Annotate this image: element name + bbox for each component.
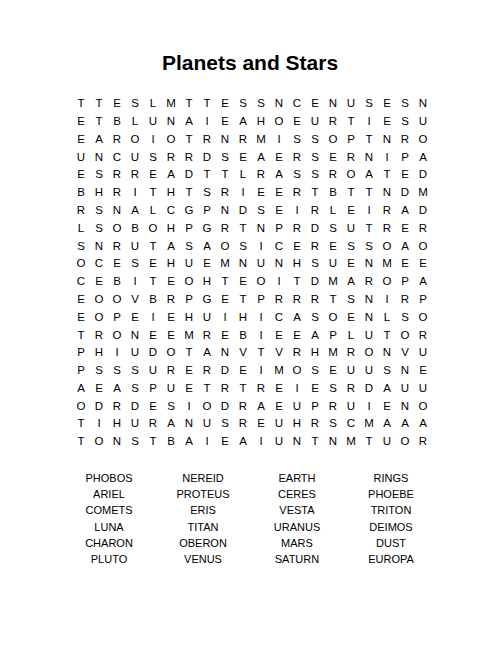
word-list-item: CHARON bbox=[62, 535, 156, 551]
grid-cell-r8c2: S bbox=[90, 220, 108, 238]
grid-cell-r4c4: U bbox=[126, 148, 144, 166]
grid-cell-r13c7: H bbox=[180, 309, 198, 327]
grid-cell-r1c7: T bbox=[180, 95, 198, 113]
word-list-item: TITAN bbox=[156, 519, 250, 535]
grid-cell-r3c1: E bbox=[72, 131, 90, 149]
grid-cell-r5c1: E bbox=[72, 166, 90, 184]
grid-cell-r13c14: S bbox=[306, 309, 324, 327]
grid-cell-r3c18: N bbox=[378, 131, 396, 149]
grid-cell-r4c17: N bbox=[360, 148, 378, 166]
grid-cell-r5c9: T bbox=[216, 166, 234, 184]
grid-cell-r18c2: D bbox=[90, 398, 108, 416]
grid-cell-r5c12: A bbox=[270, 166, 288, 184]
grid-cell-r9c15: E bbox=[324, 237, 342, 255]
grid-cell-r2c18: E bbox=[378, 113, 396, 131]
grid-cell-r19c9: S bbox=[216, 415, 234, 433]
grid-cell-r4c2: N bbox=[90, 148, 108, 166]
grid-cell-r8c10: T bbox=[234, 220, 252, 238]
word-list-column-2: NEREIDPROTEUSERISTITANOBERONVENUS bbox=[156, 470, 250, 567]
grid-cell-r7c4: A bbox=[126, 202, 144, 220]
grid-cell-r16c8: R bbox=[198, 362, 216, 380]
grid-cell-r10c19: E bbox=[396, 255, 414, 273]
grid-cell-r3c14: S bbox=[306, 131, 324, 149]
grid-cell-r5c18: T bbox=[378, 166, 396, 184]
grid-cell-r12c14: R bbox=[306, 291, 324, 309]
grid-cell-r10c11: U bbox=[252, 255, 270, 273]
grid-cell-r6c1: B bbox=[72, 184, 90, 202]
grid-cell-r7c19: A bbox=[396, 202, 414, 220]
grid-cell-r20c7: A bbox=[180, 433, 198, 451]
grid-cell-r6c8: S bbox=[198, 184, 216, 202]
grid-cell-r20c8: I bbox=[198, 433, 216, 451]
grid-cell-r13c20: O bbox=[414, 309, 432, 327]
grid-cell-r14c14: A bbox=[306, 326, 324, 344]
grid-cell-r8c12: P bbox=[270, 220, 288, 238]
grid-cell-r10c17: N bbox=[360, 255, 378, 273]
grid-cell-r1c10: S bbox=[234, 95, 252, 113]
grid-cell-r14c10: B bbox=[234, 326, 252, 344]
grid-cell-r5c16: O bbox=[342, 166, 360, 184]
word-list-item: RINGS bbox=[344, 470, 438, 486]
grid-cell-r16c6: R bbox=[162, 362, 180, 380]
grid-cell-r9c5: T bbox=[144, 237, 162, 255]
grid-cell-r4c20: A bbox=[414, 148, 432, 166]
grid-cell-r13c17: N bbox=[360, 309, 378, 327]
grid-cell-r8c8: G bbox=[198, 220, 216, 238]
grid-cell-r11c20: A bbox=[414, 273, 432, 291]
grid-cell-r13c8: U bbox=[198, 309, 216, 327]
grid-cell-r16c9: D bbox=[216, 362, 234, 380]
grid-cell-r19c13: H bbox=[288, 415, 306, 433]
grid-cell-r15c14: H bbox=[306, 344, 324, 362]
grid-cell-r20c10: A bbox=[234, 433, 252, 451]
grid-cell-r2c17: I bbox=[360, 113, 378, 131]
puzzle-title: Planets and Stars bbox=[0, 51, 500, 74]
grid-cell-r13c12: C bbox=[270, 309, 288, 327]
grid-cell-r6c11: E bbox=[252, 184, 270, 202]
grid-cell-r18c12: E bbox=[270, 398, 288, 416]
grid-cell-r1c13: C bbox=[288, 95, 306, 113]
grid-cell-r19c2: I bbox=[90, 415, 108, 433]
grid-cell-r15c11: T bbox=[252, 344, 270, 362]
grid-cell-r10c12: N bbox=[270, 255, 288, 273]
grid-cell-r3c9: N bbox=[216, 131, 234, 149]
grid-cell-r14c2: R bbox=[90, 326, 108, 344]
grid-cell-r4c13: R bbox=[288, 148, 306, 166]
grid-cell-r14c6: E bbox=[162, 326, 180, 344]
grid-cell-r11c6: E bbox=[162, 273, 180, 291]
grid-cell-r10c15: U bbox=[324, 255, 342, 273]
grid-cell-r5c19: E bbox=[396, 166, 414, 184]
grid-cell-r3c19: R bbox=[396, 131, 414, 149]
grid-cell-r9c12: C bbox=[270, 237, 288, 255]
grid-cell-r14c8: R bbox=[198, 326, 216, 344]
grid-cell-r18c13: U bbox=[288, 398, 306, 416]
grid-cell-r16c18: S bbox=[378, 362, 396, 380]
grid-cell-r14c18: T bbox=[378, 326, 396, 344]
grid-cell-r13c2: O bbox=[90, 309, 108, 327]
grid-cell-r6c3: R bbox=[108, 184, 126, 202]
grid-cell-r7c5: L bbox=[144, 202, 162, 220]
grid-cell-r14c4: N bbox=[126, 326, 144, 344]
grid-cell-r7c1: R bbox=[72, 202, 90, 220]
grid-cell-r11c14: D bbox=[306, 273, 324, 291]
grid-cell-r15c6: O bbox=[162, 344, 180, 362]
grid-cell-r16c4: S bbox=[126, 362, 144, 380]
grid-cell-r14c11: I bbox=[252, 326, 270, 344]
word-list-item: PROTEUS bbox=[156, 486, 250, 502]
grid-cell-r18c19: N bbox=[396, 398, 414, 416]
grid-cell-r15c7: T bbox=[180, 344, 198, 362]
worksheet-page: Planets and Stars TTESLMTTESSNCENUSESNET… bbox=[0, 0, 500, 647]
grid-cell-r15c4: U bbox=[126, 344, 144, 362]
grid-cell-r16c11: I bbox=[252, 362, 270, 380]
grid-cell-r19c4: U bbox=[126, 415, 144, 433]
word-list-column-4: RINGSPHOEBETRITONDEIMOSDUSTEUROPA bbox=[344, 470, 438, 567]
grid-cell-r2c12: O bbox=[270, 113, 288, 131]
word-list-item: DEIMOS bbox=[344, 519, 438, 535]
grid-cell-r19c18: A bbox=[378, 415, 396, 433]
grid-cell-r4c15: E bbox=[324, 148, 342, 166]
grid-cell-r1c1: T bbox=[72, 95, 90, 113]
grid-cell-r2c19: S bbox=[396, 113, 414, 131]
grid-cell-r2c3: B bbox=[108, 113, 126, 131]
grid-cell-r11c4: I bbox=[126, 273, 144, 291]
word-list-item: VESTA bbox=[250, 502, 344, 518]
grid-cell-r18c20: O bbox=[414, 398, 432, 416]
grid-cell-r7c20: D bbox=[414, 202, 432, 220]
grid-cell-r17c16: R bbox=[342, 380, 360, 398]
grid-cell-r8c17: T bbox=[360, 220, 378, 238]
grid-cell-r17c3: A bbox=[108, 380, 126, 398]
grid-cell-r16c17: U bbox=[360, 362, 378, 380]
grid-cell-r18c14: P bbox=[306, 398, 324, 416]
grid-cell-r7c10: D bbox=[234, 202, 252, 220]
word-list: PHOBOSARIELCOMETSLUNACHARONPLUTONEREIDPR… bbox=[62, 470, 438, 567]
grid-cell-r7c9: N bbox=[216, 202, 234, 220]
grid-cell-r20c9: E bbox=[216, 433, 234, 451]
grid-cell-r17c7: E bbox=[180, 380, 198, 398]
grid-cell-r4c11: A bbox=[252, 148, 270, 166]
grid-cell-r1c6: M bbox=[162, 95, 180, 113]
grid-cell-r2c7: A bbox=[180, 113, 198, 131]
grid-cell-r20c5: T bbox=[144, 433, 162, 451]
grid-cell-r20c17: T bbox=[360, 433, 378, 451]
grid-cell-r2c10: A bbox=[234, 113, 252, 131]
grid-cell-r9c6: A bbox=[162, 237, 180, 255]
grid-cell-r3c10: R bbox=[234, 131, 252, 149]
word-list-item: PHOBOS bbox=[62, 470, 156, 486]
grid-cell-r4c5: S bbox=[144, 148, 162, 166]
grid-cell-r4c7: R bbox=[180, 148, 198, 166]
grid-cell-r12c3: O bbox=[108, 291, 126, 309]
grid-cell-r2c14: U bbox=[306, 113, 324, 131]
grid-cell-r19c10: R bbox=[234, 415, 252, 433]
grid-cell-r10c5: E bbox=[144, 255, 162, 273]
grid-cell-r14c3: O bbox=[108, 326, 126, 344]
grid-cell-r7c16: E bbox=[342, 202, 360, 220]
grid-cell-r14c12: E bbox=[270, 326, 288, 344]
grid-cell-r12c6: R bbox=[162, 291, 180, 309]
grid-cell-r6c2: H bbox=[90, 184, 108, 202]
grid-cell-r8c20: R bbox=[414, 220, 432, 238]
grid-cell-r3c12: I bbox=[270, 131, 288, 149]
grid-cell-r11c19: P bbox=[396, 273, 414, 291]
grid-cell-r1c19: S bbox=[396, 95, 414, 113]
grid-cell-r1c14: E bbox=[306, 95, 324, 113]
grid-cell-r19c14: R bbox=[306, 415, 324, 433]
grid-cell-r14c19: O bbox=[396, 326, 414, 344]
grid-cell-r17c11: R bbox=[252, 380, 270, 398]
word-list-item: OBERON bbox=[156, 535, 250, 551]
grid-cell-r6c9: R bbox=[216, 184, 234, 202]
grid-cell-r17c20: U bbox=[414, 380, 432, 398]
grid-cell-r18c7: I bbox=[180, 398, 198, 416]
grid-cell-r12c13: R bbox=[288, 291, 306, 309]
grid-cell-r13c16: E bbox=[342, 309, 360, 327]
grid-cell-r16c20: E bbox=[414, 362, 432, 380]
grid-cell-r9c1: S bbox=[72, 237, 90, 255]
grid-cell-r12c2: O bbox=[90, 291, 108, 309]
grid-cell-r6c15: B bbox=[324, 184, 342, 202]
grid-cell-r14c20: R bbox=[414, 326, 432, 344]
grid-cell-r17c15: S bbox=[324, 380, 342, 398]
grid-cell-r19c5: R bbox=[144, 415, 162, 433]
grid-cell-r5c4: R bbox=[126, 166, 144, 184]
grid-cell-r14c17: U bbox=[360, 326, 378, 344]
grid-cell-r5c14: S bbox=[306, 166, 324, 184]
grid-cell-r5c20: D bbox=[414, 166, 432, 184]
word-list-column-1: PHOBOSARIELCOMETSLUNACHARONPLUTO bbox=[62, 470, 156, 567]
grid-cell-r14c7: M bbox=[180, 326, 198, 344]
grid-cell-r6c18: N bbox=[378, 184, 396, 202]
grid-cell-r10c7: U bbox=[180, 255, 198, 273]
grid-cell-r15c15: M bbox=[324, 344, 342, 362]
grid-cell-r9c20: O bbox=[414, 237, 432, 255]
grid-cell-r16c5: U bbox=[144, 362, 162, 380]
grid-cell-r10c9: M bbox=[216, 255, 234, 273]
grid-cell-r12c18: I bbox=[378, 291, 396, 309]
grid-cell-r19c17: M bbox=[360, 415, 378, 433]
grid-cell-r20c16: M bbox=[342, 433, 360, 451]
grid-cell-r19c7: N bbox=[180, 415, 198, 433]
grid-cell-r13c19: S bbox=[396, 309, 414, 327]
grid-cell-r10c3: E bbox=[108, 255, 126, 273]
grid-cell-r17c8: T bbox=[198, 380, 216, 398]
word-list-item: EARTH bbox=[250, 470, 344, 486]
grid-cell-r10c18: M bbox=[378, 255, 396, 273]
grid-cell-r10c13: H bbox=[288, 255, 306, 273]
grid-cell-r9c19: A bbox=[396, 237, 414, 255]
grid-cell-r6c16: T bbox=[342, 184, 360, 202]
grid-cell-r7c6: C bbox=[162, 202, 180, 220]
grid-cell-r12c5: B bbox=[144, 291, 162, 309]
word-search-grid: TTESLMTTESSNCENUSESNETBLUNAIEAHOEURTIESU… bbox=[72, 95, 432, 451]
grid-cell-r18c5: E bbox=[144, 398, 162, 416]
word-list-item: DUST bbox=[344, 535, 438, 551]
grid-cell-r10c8: E bbox=[198, 255, 216, 273]
grid-cell-r3c3: R bbox=[108, 131, 126, 149]
word-list-item: ERIS bbox=[156, 502, 250, 518]
grid-cell-r3c16: P bbox=[342, 131, 360, 149]
grid-cell-r4c3: C bbox=[108, 148, 126, 166]
grid-cell-r2c15: R bbox=[324, 113, 342, 131]
grid-cell-r20c20: R bbox=[414, 433, 432, 451]
grid-cell-r15c8: A bbox=[198, 344, 216, 362]
grid-cell-r6c6: H bbox=[162, 184, 180, 202]
grid-cell-r12c7: P bbox=[180, 291, 198, 309]
grid-cell-r4c12: E bbox=[270, 148, 288, 166]
grid-cell-r11c16: A bbox=[342, 273, 360, 291]
grid-cell-r11c15: M bbox=[324, 273, 342, 291]
grid-cell-r3c7: T bbox=[180, 131, 198, 149]
grid-cell-r1c20: N bbox=[414, 95, 432, 113]
grid-cell-r12c9: E bbox=[216, 291, 234, 309]
grid-cell-r17c12: E bbox=[270, 380, 288, 398]
grid-cell-r15c16: R bbox=[342, 344, 360, 362]
grid-cell-r19c12: U bbox=[270, 415, 288, 433]
grid-cell-r18c17: I bbox=[360, 398, 378, 416]
grid-cell-r10c10: N bbox=[234, 255, 252, 273]
grid-cell-r1c9: E bbox=[216, 95, 234, 113]
word-list-item: URANUS bbox=[250, 519, 344, 535]
grid-cell-r11c3: B bbox=[108, 273, 126, 291]
grid-cell-r16c7: E bbox=[180, 362, 198, 380]
grid-cell-r13c1: E bbox=[72, 309, 90, 327]
grid-cell-r16c1: P bbox=[72, 362, 90, 380]
grid-cell-r12c15: T bbox=[324, 291, 342, 309]
grid-cell-r15c9: N bbox=[216, 344, 234, 362]
grid-cell-r11c8: H bbox=[198, 273, 216, 291]
word-list-item: LUNA bbox=[62, 519, 156, 535]
grid-cell-r13c3: P bbox=[108, 309, 126, 327]
grid-cell-r2c13: E bbox=[288, 113, 306, 131]
grid-cell-r1c5: L bbox=[144, 95, 162, 113]
grid-cell-r16c19: N bbox=[396, 362, 414, 380]
grid-cell-r5c7: D bbox=[180, 166, 198, 184]
grid-cell-r13c15: O bbox=[324, 309, 342, 327]
grid-cell-r15c18: N bbox=[378, 344, 396, 362]
grid-cell-r2c11: H bbox=[252, 113, 270, 131]
grid-cell-r8c14: D bbox=[306, 220, 324, 238]
grid-cell-r6c20: M bbox=[414, 184, 432, 202]
grid-cell-r20c6: B bbox=[162, 433, 180, 451]
grid-cell-r15c1: P bbox=[72, 344, 90, 362]
grid-cell-r17c5: P bbox=[144, 380, 162, 398]
grid-cell-r12c11: P bbox=[252, 291, 270, 309]
grid-cell-r1c15: N bbox=[324, 95, 342, 113]
grid-cell-r19c19: A bbox=[396, 415, 414, 433]
grid-cell-r17c18: A bbox=[378, 380, 396, 398]
grid-cell-r14c13: E bbox=[288, 326, 306, 344]
grid-cell-r11c12: I bbox=[270, 273, 288, 291]
grid-cell-r12c20: P bbox=[414, 291, 432, 309]
grid-cell-r3c15: O bbox=[324, 131, 342, 149]
grid-cell-r9c18: O bbox=[378, 237, 396, 255]
grid-cell-r17c1: A bbox=[72, 380, 90, 398]
grid-cell-r8c13: R bbox=[288, 220, 306, 238]
grid-cell-r3c20: O bbox=[414, 131, 432, 149]
word-list-item: ARIEL bbox=[62, 486, 156, 502]
grid-cell-r15c2: H bbox=[90, 344, 108, 362]
grid-cell-r17c19: U bbox=[396, 380, 414, 398]
grid-cell-r12c4: V bbox=[126, 291, 144, 309]
word-list-item: TRITON bbox=[344, 502, 438, 518]
grid-cell-r20c12: U bbox=[270, 433, 288, 451]
grid-cell-r2c1: E bbox=[72, 113, 90, 131]
grid-cell-r6c14: T bbox=[306, 184, 324, 202]
grid-cell-r1c16: U bbox=[342, 95, 360, 113]
grid-cell-r19c8: U bbox=[198, 415, 216, 433]
grid-cell-r19c6: A bbox=[162, 415, 180, 433]
grid-cell-r7c3: N bbox=[108, 202, 126, 220]
grid-cell-r5c8: T bbox=[198, 166, 216, 184]
grid-cell-r20c18: U bbox=[378, 433, 396, 451]
grid-cell-r1c3: E bbox=[108, 95, 126, 113]
grid-cell-r3c17: T bbox=[360, 131, 378, 149]
grid-cell-r15c10: V bbox=[234, 344, 252, 362]
word-list-item: VENUS bbox=[156, 551, 250, 567]
grid-cell-r13c4: E bbox=[126, 309, 144, 327]
word-list-item: COMETS bbox=[62, 502, 156, 518]
grid-cell-r4c19: P bbox=[396, 148, 414, 166]
grid-cell-r6c17: T bbox=[360, 184, 378, 202]
grid-cell-r20c4: S bbox=[126, 433, 144, 451]
grid-cell-r1c4: S bbox=[126, 95, 144, 113]
grid-cell-r10c14: S bbox=[306, 255, 324, 273]
grid-cell-r15c5: D bbox=[144, 344, 162, 362]
grid-cell-r9c10: S bbox=[234, 237, 252, 255]
grid-cell-r5c5: E bbox=[144, 166, 162, 184]
grid-cell-r8c18: R bbox=[378, 220, 396, 238]
grid-cell-r8c16: U bbox=[342, 220, 360, 238]
grid-cell-r7c11: S bbox=[252, 202, 270, 220]
grid-cell-r16c15: E bbox=[324, 362, 342, 380]
grid-cell-r12c10: T bbox=[234, 291, 252, 309]
grid-cell-r7c8: P bbox=[198, 202, 216, 220]
grid-cell-r3c8: R bbox=[198, 131, 216, 149]
grid-cell-r18c18: E bbox=[378, 398, 396, 416]
grid-cell-r15c3: I bbox=[108, 344, 126, 362]
grid-cell-r3c5: I bbox=[144, 131, 162, 149]
grid-cell-r18c4: D bbox=[126, 398, 144, 416]
grid-cell-r7c15: L bbox=[324, 202, 342, 220]
grid-cell-r17c13: I bbox=[288, 380, 306, 398]
grid-cell-r2c9: E bbox=[216, 113, 234, 131]
grid-cell-r4c9: S bbox=[216, 148, 234, 166]
grid-cell-r14c1: T bbox=[72, 326, 90, 344]
grid-cell-r20c15: N bbox=[324, 433, 342, 451]
grid-cell-r14c15: P bbox=[324, 326, 342, 344]
grid-cell-r3c2: A bbox=[90, 131, 108, 149]
grid-cell-r19c11: E bbox=[252, 415, 270, 433]
grid-cell-r5c13: S bbox=[288, 166, 306, 184]
grid-cell-r12c17: N bbox=[360, 291, 378, 309]
grid-cell-r7c18: R bbox=[378, 202, 396, 220]
grid-cell-r7c2: S bbox=[90, 202, 108, 220]
grid-cell-r16c3: S bbox=[108, 362, 126, 380]
grid-cell-r9c3: R bbox=[108, 237, 126, 255]
word-list-item: SATURN bbox=[250, 551, 344, 567]
grid-cell-r13c10: H bbox=[234, 309, 252, 327]
grid-cell-r20c2: O bbox=[90, 433, 108, 451]
grid-cell-r14c5: E bbox=[144, 326, 162, 344]
grid-cell-r5c11: R bbox=[252, 166, 270, 184]
grid-cell-r15c20: U bbox=[414, 344, 432, 362]
word-list-item: NEREID bbox=[156, 470, 250, 486]
grid-cell-r11c1: C bbox=[72, 273, 90, 291]
grid-cell-r10c1: O bbox=[72, 255, 90, 273]
